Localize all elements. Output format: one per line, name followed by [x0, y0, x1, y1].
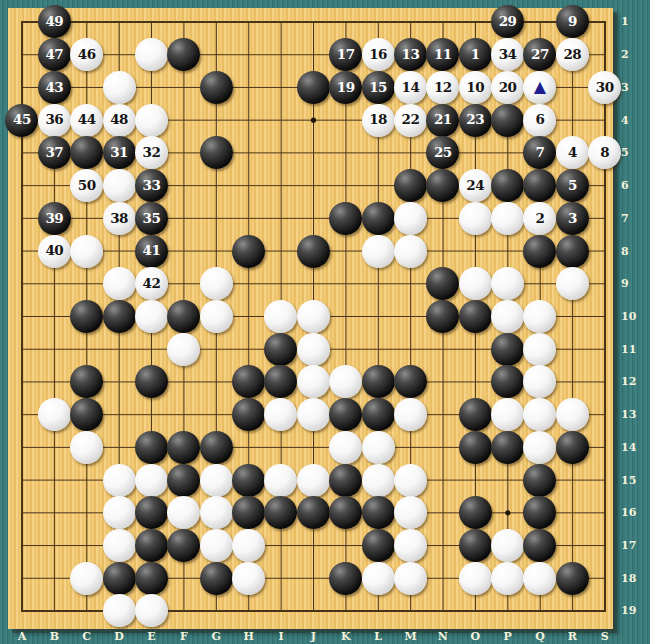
- intersection-A16[interactable]: [6, 496, 38, 529]
- intersection-K11[interactable]: [330, 333, 362, 366]
- intersection-A15[interactable]: [6, 464, 38, 497]
- intersection-H12[interactable]: [232, 366, 264, 399]
- intersection-N18[interactable]: [427, 562, 459, 595]
- intersection-I19[interactable]: [265, 595, 297, 628]
- intersection-H16[interactable]: [232, 496, 264, 529]
- intersection-D17[interactable]: [103, 529, 135, 562]
- intersection-D14[interactable]: [103, 431, 135, 464]
- intersection-N8[interactable]: [427, 235, 459, 268]
- intersection-E2[interactable]: [135, 38, 167, 71]
- intersection-F8[interactable]: [168, 235, 200, 268]
- intersection-B17[interactable]: [38, 529, 70, 562]
- intersection-M9[interactable]: [394, 267, 426, 300]
- intersection-C15[interactable]: [71, 464, 103, 497]
- intersection-B16[interactable]: [38, 496, 70, 529]
- intersection-D3[interactable]: [103, 71, 135, 104]
- intersection-O2[interactable]: 1: [459, 38, 491, 71]
- intersection-M19[interactable]: [394, 595, 426, 628]
- intersection-Q10[interactable]: [524, 300, 556, 333]
- intersection-J5[interactable]: [297, 137, 329, 170]
- intersection-S8[interactable]: [589, 235, 621, 268]
- intersection-A7[interactable]: [6, 202, 38, 235]
- intersection-S7[interactable]: [589, 202, 621, 235]
- intersection-R11[interactable]: [556, 333, 588, 366]
- intersection-E12[interactable]: [135, 366, 167, 399]
- intersection-Q17[interactable]: [524, 529, 556, 562]
- intersection-O8[interactable]: [459, 235, 491, 268]
- intersection-B19[interactable]: [38, 595, 70, 628]
- intersection-A6[interactable]: [6, 169, 38, 202]
- intersection-A9[interactable]: [6, 267, 38, 300]
- intersection-I18[interactable]: [265, 562, 297, 595]
- intersection-B9[interactable]: [38, 267, 70, 300]
- intersection-K14[interactable]: [330, 431, 362, 464]
- intersection-N12[interactable]: [427, 366, 459, 399]
- intersection-O4[interactable]: 23: [459, 104, 491, 137]
- intersection-K16[interactable]: [330, 496, 362, 529]
- intersection-Q3[interactable]: ▲: [524, 71, 556, 104]
- intersection-C12[interactable]: [71, 366, 103, 399]
- intersection-P19[interactable]: [491, 595, 523, 628]
- intersection-D1[interactable]: [103, 6, 135, 39]
- intersection-D15[interactable]: [103, 464, 135, 497]
- intersection-G11[interactable]: [200, 333, 232, 366]
- intersection-S12[interactable]: [589, 366, 621, 399]
- intersection-P9[interactable]: [491, 267, 523, 300]
- intersection-N2[interactable]: 11: [427, 38, 459, 71]
- intersection-P10[interactable]: [491, 300, 523, 333]
- intersection-J6[interactable]: [297, 169, 329, 202]
- intersection-G2[interactable]: [200, 38, 232, 71]
- intersection-H14[interactable]: [232, 431, 264, 464]
- intersection-S5[interactable]: 8: [589, 137, 621, 170]
- intersection-P6[interactable]: [491, 169, 523, 202]
- intersection-D11[interactable]: [103, 333, 135, 366]
- intersection-Q16[interactable]: [524, 496, 556, 529]
- intersection-A14[interactable]: [6, 431, 38, 464]
- intersection-O7[interactable]: [459, 202, 491, 235]
- intersection-L4[interactable]: 18: [362, 104, 394, 137]
- intersection-R15[interactable]: [556, 464, 588, 497]
- intersection-D16[interactable]: [103, 496, 135, 529]
- intersection-C10[interactable]: [71, 300, 103, 333]
- intersection-Q1[interactable]: [524, 6, 556, 39]
- intersection-A19[interactable]: [6, 595, 38, 628]
- intersection-A11[interactable]: [6, 333, 38, 366]
- intersection-A12[interactable]: [6, 366, 38, 399]
- intersection-B8[interactable]: 40: [38, 235, 70, 268]
- intersection-F18[interactable]: [168, 562, 200, 595]
- intersection-K9[interactable]: [330, 267, 362, 300]
- intersection-L3[interactable]: 15: [362, 71, 394, 104]
- intersection-Q13[interactable]: [524, 398, 556, 431]
- intersection-K18[interactable]: [330, 562, 362, 595]
- intersection-R1[interactable]: 9: [556, 6, 588, 39]
- intersection-H4[interactable]: [232, 104, 264, 137]
- intersection-F7[interactable]: [168, 202, 200, 235]
- intersection-I4[interactable]: [265, 104, 297, 137]
- intersection-R16[interactable]: [556, 496, 588, 529]
- intersection-K13[interactable]: [330, 398, 362, 431]
- intersection-E19[interactable]: [135, 595, 167, 628]
- intersection-S15[interactable]: [589, 464, 621, 497]
- intersection-G6[interactable]: [200, 169, 232, 202]
- intersection-B3[interactable]: 43: [38, 71, 70, 104]
- intersection-F19[interactable]: [168, 595, 200, 628]
- intersection-J3[interactable]: [297, 71, 329, 104]
- intersection-C18[interactable]: [71, 562, 103, 595]
- intersection-I11[interactable]: [265, 333, 297, 366]
- intersection-N16[interactable]: [427, 496, 459, 529]
- intersection-S2[interactable]: [589, 38, 621, 71]
- intersection-M13[interactable]: [394, 398, 426, 431]
- intersection-R10[interactable]: [556, 300, 588, 333]
- intersection-M8[interactable]: [394, 235, 426, 268]
- intersection-C17[interactable]: [71, 529, 103, 562]
- intersection-I13[interactable]: [265, 398, 297, 431]
- intersection-S14[interactable]: [589, 431, 621, 464]
- intersection-B13[interactable]: [38, 398, 70, 431]
- intersection-D8[interactable]: [103, 235, 135, 268]
- intersection-R18[interactable]: [556, 562, 588, 595]
- intersection-G3[interactable]: [200, 71, 232, 104]
- intersection-N10[interactable]: [427, 300, 459, 333]
- intersection-F4[interactable]: [168, 104, 200, 137]
- intersection-D19[interactable]: [103, 595, 135, 628]
- intersection-S1[interactable]: [589, 6, 621, 39]
- intersection-I3[interactable]: [265, 71, 297, 104]
- intersection-L9[interactable]: [362, 267, 394, 300]
- intersection-O9[interactable]: [459, 267, 491, 300]
- intersection-D2[interactable]: [103, 38, 135, 71]
- intersection-B6[interactable]: [38, 169, 70, 202]
- intersection-P4[interactable]: [491, 104, 523, 137]
- intersection-K12[interactable]: [330, 366, 362, 399]
- intersection-E13[interactable]: [135, 398, 167, 431]
- intersection-E7[interactable]: 35: [135, 202, 167, 235]
- intersection-D7[interactable]: 38: [103, 202, 135, 235]
- intersection-K7[interactable]: [330, 202, 362, 235]
- intersection-J15[interactable]: [297, 464, 329, 497]
- intersection-S16[interactable]: [589, 496, 621, 529]
- intersection-O15[interactable]: [459, 464, 491, 497]
- intersection-J12[interactable]: [297, 366, 329, 399]
- intersection-C11[interactable]: [71, 333, 103, 366]
- intersection-D12[interactable]: [103, 366, 135, 399]
- intersection-P14[interactable]: [491, 431, 523, 464]
- intersection-A17[interactable]: [6, 529, 38, 562]
- intersection-Q8[interactable]: [524, 235, 556, 268]
- intersection-G7[interactable]: [200, 202, 232, 235]
- intersection-O16[interactable]: [459, 496, 491, 529]
- intersection-E16[interactable]: [135, 496, 167, 529]
- intersection-E10[interactable]: [135, 300, 167, 333]
- intersection-E3[interactable]: [135, 71, 167, 104]
- intersection-P7[interactable]: [491, 202, 523, 235]
- intersection-R9[interactable]: [556, 267, 588, 300]
- intersection-O12[interactable]: [459, 366, 491, 399]
- intersection-E14[interactable]: [135, 431, 167, 464]
- intersection-F14[interactable]: [168, 431, 200, 464]
- intersection-M10[interactable]: [394, 300, 426, 333]
- intersection-I16[interactable]: [265, 496, 297, 529]
- intersection-M5[interactable]: [394, 137, 426, 170]
- intersection-I5[interactable]: [265, 137, 297, 170]
- intersection-H8[interactable]: [232, 235, 264, 268]
- intersection-E4[interactable]: [135, 104, 167, 137]
- intersection-I1[interactable]: [265, 6, 297, 39]
- intersection-C16[interactable]: [71, 496, 103, 529]
- intersection-K15[interactable]: [330, 464, 362, 497]
- intersection-G4[interactable]: [200, 104, 232, 137]
- intersection-L10[interactable]: [362, 300, 394, 333]
- intersection-S4[interactable]: [589, 104, 621, 137]
- intersection-A1[interactable]: [6, 6, 38, 39]
- intersection-C19[interactable]: [71, 595, 103, 628]
- intersection-H5[interactable]: [232, 137, 264, 170]
- intersection-C7[interactable]: [71, 202, 103, 235]
- intersection-P18[interactable]: [491, 562, 523, 595]
- intersection-C5[interactable]: [71, 137, 103, 170]
- intersection-N14[interactable]: [427, 431, 459, 464]
- intersection-K8[interactable]: [330, 235, 362, 268]
- intersection-B2[interactable]: 47: [38, 38, 70, 71]
- intersection-B10[interactable]: [38, 300, 70, 333]
- intersection-L11[interactable]: [362, 333, 394, 366]
- intersection-G8[interactable]: [200, 235, 232, 268]
- intersection-F13[interactable]: [168, 398, 200, 431]
- intersection-I9[interactable]: [265, 267, 297, 300]
- intersection-L16[interactable]: [362, 496, 394, 529]
- intersection-Q7[interactable]: 2: [524, 202, 556, 235]
- intersection-K5[interactable]: [330, 137, 362, 170]
- intersection-I12[interactable]: [265, 366, 297, 399]
- intersection-Q14[interactable]: [524, 431, 556, 464]
- intersection-N11[interactable]: [427, 333, 459, 366]
- intersection-G18[interactable]: [200, 562, 232, 595]
- intersection-O6[interactable]: 24: [459, 169, 491, 202]
- intersection-L1[interactable]: [362, 6, 394, 39]
- intersection-B5[interactable]: 37: [38, 137, 70, 170]
- intersection-J9[interactable]: [297, 267, 329, 300]
- intersection-R13[interactable]: [556, 398, 588, 431]
- intersection-S19[interactable]: [589, 595, 621, 628]
- intersection-R17[interactable]: [556, 529, 588, 562]
- intersection-M15[interactable]: [394, 464, 426, 497]
- intersection-L8[interactable]: [362, 235, 394, 268]
- intersection-M1[interactable]: [394, 6, 426, 39]
- intersection-M2[interactable]: 13: [394, 38, 426, 71]
- intersection-E6[interactable]: 33: [135, 169, 167, 202]
- intersection-M16[interactable]: [394, 496, 426, 529]
- intersection-H13[interactable]: [232, 398, 264, 431]
- intersection-H9[interactable]: [232, 267, 264, 300]
- intersection-P17[interactable]: [491, 529, 523, 562]
- intersection-F17[interactable]: [168, 529, 200, 562]
- intersection-Q12[interactable]: [524, 366, 556, 399]
- intersection-C14[interactable]: [71, 431, 103, 464]
- intersection-A18[interactable]: [6, 562, 38, 595]
- intersection-L12[interactable]: [362, 366, 394, 399]
- intersection-R14[interactable]: [556, 431, 588, 464]
- intersection-F15[interactable]: [168, 464, 200, 497]
- intersection-O17[interactable]: [459, 529, 491, 562]
- intersection-N4[interactable]: 21: [427, 104, 459, 137]
- intersection-Q5[interactable]: 7: [524, 137, 556, 170]
- intersection-P2[interactable]: 34: [491, 38, 523, 71]
- intersection-J11[interactable]: [297, 333, 329, 366]
- intersection-J18[interactable]: [297, 562, 329, 595]
- intersection-L2[interactable]: 16: [362, 38, 394, 71]
- intersection-L14[interactable]: [362, 431, 394, 464]
- intersection-G17[interactable]: [200, 529, 232, 562]
- intersection-K4[interactable]: [330, 104, 362, 137]
- intersection-G16[interactable]: [200, 496, 232, 529]
- intersection-N1[interactable]: [427, 6, 459, 39]
- intersection-M4[interactable]: 22: [394, 104, 426, 137]
- intersection-R2[interactable]: 28: [556, 38, 588, 71]
- intersection-I7[interactable]: [265, 202, 297, 235]
- intersection-Q4[interactable]: 6: [524, 104, 556, 137]
- intersection-I15[interactable]: [265, 464, 297, 497]
- intersection-I6[interactable]: [265, 169, 297, 202]
- intersection-I8[interactable]: [265, 235, 297, 268]
- intersection-C1[interactable]: [71, 6, 103, 39]
- intersection-M3[interactable]: 14: [394, 71, 426, 104]
- intersection-A4[interactable]: 45: [6, 104, 38, 137]
- intersection-H10[interactable]: [232, 300, 264, 333]
- intersection-P5[interactable]: [491, 137, 523, 170]
- intersection-F6[interactable]: [168, 169, 200, 202]
- intersection-K6[interactable]: [330, 169, 362, 202]
- intersection-P1[interactable]: 29: [491, 6, 523, 39]
- intersection-P3[interactable]: 20: [491, 71, 523, 104]
- intersection-E11[interactable]: [135, 333, 167, 366]
- intersection-L17[interactable]: [362, 529, 394, 562]
- intersection-S11[interactable]: [589, 333, 621, 366]
- intersection-B12[interactable]: [38, 366, 70, 399]
- intersection-P8[interactable]: [491, 235, 523, 268]
- intersection-J17[interactable]: [297, 529, 329, 562]
- intersection-C2[interactable]: 46: [71, 38, 103, 71]
- intersection-H18[interactable]: [232, 562, 264, 595]
- intersection-B7[interactable]: 39: [38, 202, 70, 235]
- intersection-L18[interactable]: [362, 562, 394, 595]
- intersection-N17[interactable]: [427, 529, 459, 562]
- intersection-B14[interactable]: [38, 431, 70, 464]
- intersection-S10[interactable]: [589, 300, 621, 333]
- intersection-R4[interactable]: [556, 104, 588, 137]
- intersection-R12[interactable]: [556, 366, 588, 399]
- intersection-M7[interactable]: [394, 202, 426, 235]
- intersection-K19[interactable]: [330, 595, 362, 628]
- intersection-D13[interactable]: [103, 398, 135, 431]
- intersection-H2[interactable]: [232, 38, 264, 71]
- intersection-G19[interactable]: [200, 595, 232, 628]
- intersection-H6[interactable]: [232, 169, 264, 202]
- intersection-B15[interactable]: [38, 464, 70, 497]
- intersection-A10[interactable]: [6, 300, 38, 333]
- intersection-O1[interactable]: [459, 6, 491, 39]
- intersection-F11[interactable]: [168, 333, 200, 366]
- intersection-G12[interactable]: [200, 366, 232, 399]
- intersection-J16[interactable]: [297, 496, 329, 529]
- intersection-N19[interactable]: [427, 595, 459, 628]
- intersection-P12[interactable]: [491, 366, 523, 399]
- intersection-B1[interactable]: 49: [38, 6, 70, 39]
- intersection-J10[interactable]: [297, 300, 329, 333]
- intersection-H15[interactable]: [232, 464, 264, 497]
- intersection-S9[interactable]: [589, 267, 621, 300]
- intersection-G9[interactable]: [200, 267, 232, 300]
- intersection-K10[interactable]: [330, 300, 362, 333]
- intersection-L5[interactable]: [362, 137, 394, 170]
- intersection-F5[interactable]: [168, 137, 200, 170]
- intersection-S3[interactable]: 30: [589, 71, 621, 104]
- intersection-J4[interactable]: [297, 104, 329, 137]
- intersection-Q18[interactable]: [524, 562, 556, 595]
- intersection-S6[interactable]: [589, 169, 621, 202]
- intersection-I10[interactable]: [265, 300, 297, 333]
- intersection-J7[interactable]: [297, 202, 329, 235]
- intersection-P11[interactable]: [491, 333, 523, 366]
- intersection-H3[interactable]: [232, 71, 264, 104]
- intersection-G14[interactable]: [200, 431, 232, 464]
- intersection-J1[interactable]: [297, 6, 329, 39]
- intersection-F9[interactable]: [168, 267, 200, 300]
- intersection-C3[interactable]: [71, 71, 103, 104]
- intersection-H1[interactable]: [232, 6, 264, 39]
- intersection-G10[interactable]: [200, 300, 232, 333]
- intersection-D4[interactable]: 48: [103, 104, 135, 137]
- intersection-H7[interactable]: [232, 202, 264, 235]
- intersection-G15[interactable]: [200, 464, 232, 497]
- intersection-K2[interactable]: 17: [330, 38, 362, 71]
- intersection-N7[interactable]: [427, 202, 459, 235]
- intersection-R19[interactable]: [556, 595, 588, 628]
- intersection-P13[interactable]: [491, 398, 523, 431]
- intersection-H19[interactable]: [232, 595, 264, 628]
- intersection-A2[interactable]: [6, 38, 38, 71]
- intersection-G1[interactable]: [200, 6, 232, 39]
- intersection-O10[interactable]: [459, 300, 491, 333]
- intersection-F12[interactable]: [168, 366, 200, 399]
- intersection-J8[interactable]: [297, 235, 329, 268]
- intersection-N6[interactable]: [427, 169, 459, 202]
- intersection-E17[interactable]: [135, 529, 167, 562]
- intersection-E8[interactable]: 41: [135, 235, 167, 268]
- intersection-N9[interactable]: [427, 267, 459, 300]
- intersection-L15[interactable]: [362, 464, 394, 497]
- intersection-B18[interactable]: [38, 562, 70, 595]
- intersection-I14[interactable]: [265, 431, 297, 464]
- intersection-B11[interactable]: [38, 333, 70, 366]
- intersection-G13[interactable]: [200, 398, 232, 431]
- intersection-N3[interactable]: 12: [427, 71, 459, 104]
- intersection-K1[interactable]: [330, 6, 362, 39]
- intersection-O3[interactable]: 10: [459, 71, 491, 104]
- intersection-E1[interactable]: [135, 6, 167, 39]
- intersection-G5[interactable]: [200, 137, 232, 170]
- intersection-J14[interactable]: [297, 431, 329, 464]
- intersection-I2[interactable]: [265, 38, 297, 71]
- intersection-N5[interactable]: 25: [427, 137, 459, 170]
- intersection-D9[interactable]: [103, 267, 135, 300]
- intersection-L19[interactable]: [362, 595, 394, 628]
- intersection-C8[interactable]: [71, 235, 103, 268]
- intersection-N13[interactable]: [427, 398, 459, 431]
- intersection-S17[interactable]: [589, 529, 621, 562]
